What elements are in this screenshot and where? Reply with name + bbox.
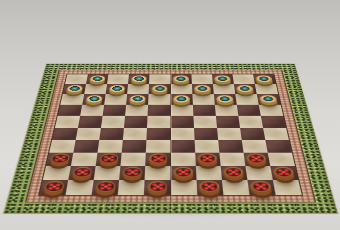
pieces-layer — [39, 74, 301, 194]
piece-teal[interactable] — [129, 95, 146, 103]
piece-red[interactable] — [223, 166, 243, 177]
photo-background — [0, 0, 340, 230]
piece-red[interactable] — [95, 181, 116, 192]
piece-teal[interactable] — [216, 95, 233, 103]
piece-red[interactable] — [246, 153, 266, 163]
piece-red[interactable] — [49, 153, 70, 163]
piece-red[interactable] — [43, 181, 65, 192]
piece-red[interactable] — [273, 166, 294, 177]
piece-red[interactable] — [173, 166, 192, 177]
piece-teal[interactable] — [255, 75, 272, 82]
piece-teal[interactable] — [108, 84, 125, 92]
perspective-scene — [0, 0, 340, 230]
piece-red[interactable] — [250, 181, 271, 192]
checkers-board — [3, 63, 337, 213]
piece-teal[interactable] — [194, 84, 211, 92]
piece-teal[interactable] — [151, 84, 167, 92]
piece-teal[interactable] — [236, 84, 253, 92]
piece-red[interactable] — [122, 166, 142, 177]
piece-red[interactable] — [147, 181, 167, 192]
piece-teal[interactable] — [85, 95, 103, 103]
piece-teal[interactable] — [65, 84, 83, 92]
piece-red[interactable] — [71, 166, 92, 177]
piece-teal[interactable] — [214, 75, 231, 82]
piece-teal[interactable] — [89, 75, 106, 82]
piece-teal[interactable] — [259, 95, 277, 103]
piece-red[interactable] — [197, 153, 216, 163]
piece-teal[interactable] — [131, 75, 147, 82]
piece-teal[interactable] — [172, 75, 188, 82]
piece-red[interactable] — [148, 153, 167, 163]
piece-teal[interactable] — [173, 95, 190, 103]
piece-red[interactable] — [99, 153, 119, 163]
piece-red[interactable] — [199, 181, 219, 192]
